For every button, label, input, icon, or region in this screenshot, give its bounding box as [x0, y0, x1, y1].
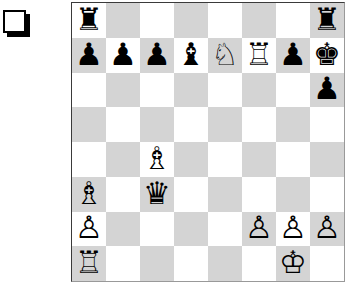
square-h6[interactable]: ♟ — [310, 73, 344, 108]
white-pawn[interactable]: ♙ — [245, 212, 273, 243]
square-g1[interactable]: ♔ — [276, 246, 310, 281]
chess-diagram: ♜♜♟♟♟♝♘♖♟♚♟♗♗♛♙♙♙♙♖♔ — [0, 0, 350, 284]
square-f1[interactable] — [242, 246, 276, 281]
square-e8[interactable] — [208, 3, 242, 38]
square-d8[interactable] — [174, 3, 208, 38]
chess-board: ♜♜♟♟♟♝♘♖♟♚♟♗♗♛♙♙♙♙♖♔ — [71, 2, 345, 282]
square-f2[interactable]: ♙ — [242, 212, 276, 247]
square-h3[interactable] — [310, 177, 344, 212]
square-f7[interactable]: ♖ — [242, 38, 276, 73]
square-g4[interactable] — [276, 142, 310, 177]
square-g6[interactable] — [276, 73, 310, 108]
square-a1[interactable]: ♖ — [72, 246, 106, 281]
white-rook[interactable]: ♖ — [245, 39, 273, 70]
black-bishop[interactable]: ♝ — [177, 39, 205, 70]
square-c6[interactable] — [140, 73, 174, 108]
square-c5[interactable] — [140, 107, 174, 142]
square-d6[interactable] — [174, 73, 208, 108]
square-b8[interactable] — [106, 3, 140, 38]
square-b6[interactable] — [106, 73, 140, 108]
square-b7[interactable]: ♟ — [106, 38, 140, 73]
square-a8[interactable]: ♜ — [72, 3, 106, 38]
square-c8[interactable] — [140, 3, 174, 38]
square-h2[interactable]: ♙ — [310, 212, 344, 247]
square-h5[interactable] — [310, 107, 344, 142]
black-rook[interactable]: ♜ — [75, 4, 103, 35]
white-bishop[interactable]: ♗ — [75, 178, 103, 209]
square-d4[interactable] — [174, 142, 208, 177]
square-e4[interactable] — [208, 142, 242, 177]
square-h8[interactable]: ♜ — [310, 3, 344, 38]
square-e2[interactable] — [208, 212, 242, 247]
black-pawn[interactable]: ♟ — [109, 39, 137, 70]
square-f6[interactable] — [242, 73, 276, 108]
square-f4[interactable] — [242, 142, 276, 177]
square-d3[interactable] — [174, 177, 208, 212]
white-to-move-indicator-icon — [3, 10, 26, 33]
square-b3[interactable] — [106, 177, 140, 212]
square-a7[interactable]: ♟ — [72, 38, 106, 73]
square-e5[interactable] — [208, 107, 242, 142]
square-g2[interactable]: ♙ — [276, 212, 310, 247]
square-h7[interactable]: ♚ — [310, 38, 344, 73]
square-a5[interactable] — [72, 107, 106, 142]
white-knight[interactable]: ♘ — [211, 39, 239, 70]
square-d7[interactable]: ♝ — [174, 38, 208, 73]
white-pawn[interactable]: ♙ — [313, 212, 341, 243]
black-pawn[interactable]: ♟ — [279, 39, 307, 70]
square-c7[interactable]: ♟ — [140, 38, 174, 73]
black-queen[interactable]: ♛ — [143, 178, 171, 209]
square-e6[interactable] — [208, 73, 242, 108]
square-g3[interactable] — [276, 177, 310, 212]
square-a6[interactable] — [72, 73, 106, 108]
square-b2[interactable] — [106, 212, 140, 247]
white-rook[interactable]: ♖ — [75, 247, 103, 278]
square-g8[interactable] — [276, 3, 310, 38]
square-f8[interactable] — [242, 3, 276, 38]
square-e3[interactable] — [208, 177, 242, 212]
black-pawn[interactable]: ♟ — [75, 39, 103, 70]
square-e7[interactable]: ♘ — [208, 38, 242, 73]
square-h1[interactable] — [310, 246, 344, 281]
square-f5[interactable] — [242, 107, 276, 142]
black-king[interactable]: ♚ — [313, 39, 341, 70]
white-bishop[interactable]: ♗ — [143, 143, 171, 174]
square-d1[interactable] — [174, 246, 208, 281]
square-b1[interactable] — [106, 246, 140, 281]
square-g7[interactable]: ♟ — [276, 38, 310, 73]
black-pawn[interactable]: ♟ — [143, 39, 171, 70]
square-f3[interactable] — [242, 177, 276, 212]
white-king[interactable]: ♔ — [279, 247, 307, 278]
square-b5[interactable] — [106, 107, 140, 142]
square-c2[interactable] — [140, 212, 174, 247]
square-a4[interactable] — [72, 142, 106, 177]
black-pawn[interactable]: ♟ — [313, 73, 341, 104]
square-g5[interactable] — [276, 107, 310, 142]
square-c3[interactable]: ♛ — [140, 177, 174, 212]
square-d5[interactable] — [174, 107, 208, 142]
square-b4[interactable] — [106, 142, 140, 177]
white-pawn[interactable]: ♙ — [279, 212, 307, 243]
square-c1[interactable] — [140, 246, 174, 281]
white-pawn[interactable]: ♙ — [75, 212, 103, 243]
black-rook[interactable]: ♜ — [313, 4, 341, 35]
square-d2[interactable] — [174, 212, 208, 247]
square-a3[interactable]: ♗ — [72, 177, 106, 212]
square-a2[interactable]: ♙ — [72, 212, 106, 247]
square-c4[interactable]: ♗ — [140, 142, 174, 177]
square-h4[interactable] — [310, 142, 344, 177]
square-e1[interactable] — [208, 246, 242, 281]
